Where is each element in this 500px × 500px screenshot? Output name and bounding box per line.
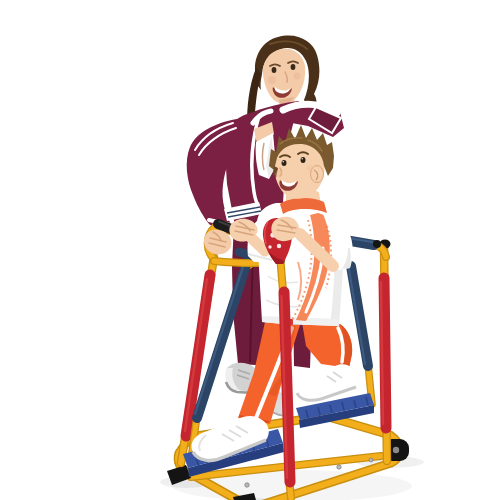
rail-knob (373, 240, 381, 248)
bolt (337, 465, 341, 469)
product-photo (40, 16, 500, 500)
bolt (369, 458, 373, 462)
bolt (245, 483, 249, 487)
woman-eye (291, 64, 296, 70)
right-post (380, 240, 391, 462)
red-foam-sleeve (384, 278, 386, 428)
woman-face (263, 49, 305, 104)
boy-right-shoe (297, 364, 358, 401)
boy-eye (301, 157, 306, 163)
boy-eye (282, 160, 287, 166)
woman-eye (272, 67, 277, 73)
